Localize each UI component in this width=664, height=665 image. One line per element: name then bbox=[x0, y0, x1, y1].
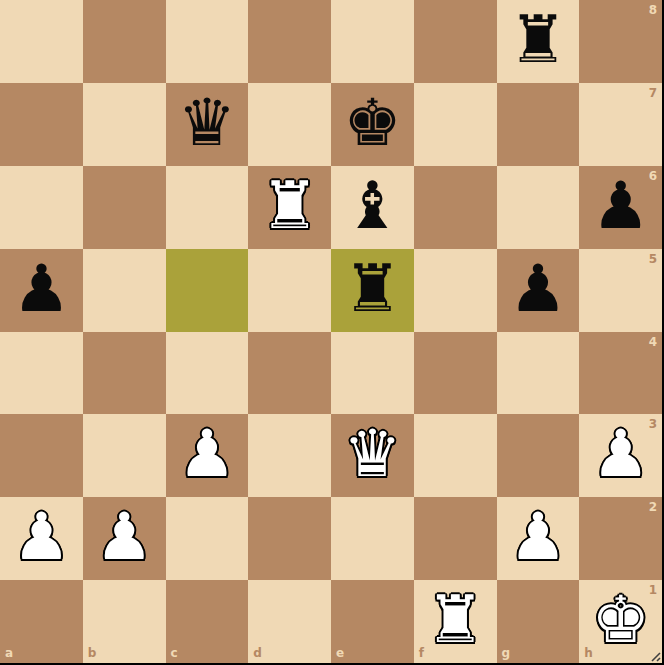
square-g2[interactable]: ♟ bbox=[497, 497, 580, 580]
piece-black-pawn[interactable]: ♟ bbox=[591, 173, 649, 238]
piece-black-pawn[interactable]: ♟ bbox=[12, 256, 70, 321]
square-e8[interactable] bbox=[331, 0, 414, 83]
square-g7[interactable] bbox=[497, 83, 580, 166]
piece-black-rook[interactable]: ♜ bbox=[509, 7, 567, 72]
square-a6[interactable] bbox=[0, 166, 83, 249]
page-background: ♜8♛♚7♜♝♟6♟♜♟54♟♛♟3♟♟♟2abcde♜fg♚h1 bbox=[0, 0, 664, 665]
square-g8[interactable]: ♜ bbox=[497, 0, 580, 83]
square-c1[interactable]: c bbox=[166, 580, 249, 663]
square-a5[interactable]: ♟ bbox=[0, 249, 83, 332]
square-h6[interactable]: ♟6 bbox=[579, 166, 662, 249]
square-e3[interactable]: ♛ bbox=[331, 414, 414, 497]
file-label-g: g bbox=[502, 647, 511, 659]
square-f1[interactable]: ♜f bbox=[414, 580, 497, 663]
square-g1[interactable]: g bbox=[497, 580, 580, 663]
square-h2[interactable]: 2 bbox=[579, 497, 662, 580]
rank-label-7: 7 bbox=[649, 87, 657, 99]
piece-black-pawn[interactable]: ♟ bbox=[509, 256, 567, 321]
rank-label-2: 2 bbox=[649, 501, 657, 513]
square-b3[interactable] bbox=[83, 414, 166, 497]
square-b1[interactable]: b bbox=[83, 580, 166, 663]
file-label-f: f bbox=[419, 647, 424, 659]
square-g3[interactable] bbox=[497, 414, 580, 497]
square-d8[interactable] bbox=[248, 0, 331, 83]
file-label-a: a bbox=[5, 647, 13, 659]
square-g5[interactable]: ♟ bbox=[497, 249, 580, 332]
piece-white-queen[interactable]: ♛ bbox=[343, 421, 401, 486]
file-label-e: e bbox=[336, 647, 344, 659]
square-f8[interactable] bbox=[414, 0, 497, 83]
square-b4[interactable] bbox=[83, 332, 166, 415]
piece-white-pawn[interactable]: ♟ bbox=[591, 421, 649, 486]
square-d1[interactable]: d bbox=[248, 580, 331, 663]
square-g6[interactable] bbox=[497, 166, 580, 249]
file-label-c: c bbox=[171, 647, 178, 659]
square-d6[interactable]: ♜ bbox=[248, 166, 331, 249]
square-c5[interactable] bbox=[166, 249, 249, 332]
rank-label-4: 4 bbox=[649, 336, 657, 348]
rank-label-6: 6 bbox=[649, 170, 657, 182]
square-e2[interactable] bbox=[331, 497, 414, 580]
rank-label-1: 1 bbox=[649, 584, 657, 596]
square-c6[interactable] bbox=[166, 166, 249, 249]
square-h3[interactable]: ♟3 bbox=[579, 414, 662, 497]
square-d4[interactable] bbox=[248, 332, 331, 415]
square-c7[interactable]: ♛ bbox=[166, 83, 249, 166]
piece-black-queen[interactable]: ♛ bbox=[178, 90, 236, 155]
piece-white-pawn[interactable]: ♟ bbox=[12, 504, 70, 569]
square-e1[interactable]: e bbox=[331, 580, 414, 663]
square-e5[interactable]: ♜ bbox=[331, 249, 414, 332]
square-a1[interactable]: a bbox=[0, 580, 83, 663]
square-a2[interactable]: ♟ bbox=[0, 497, 83, 580]
piece-black-rook[interactable]: ♜ bbox=[343, 256, 401, 321]
piece-white-pawn[interactable]: ♟ bbox=[509, 504, 567, 569]
square-a8[interactable] bbox=[0, 0, 83, 83]
square-h5[interactable]: 5 bbox=[579, 249, 662, 332]
square-f3[interactable] bbox=[414, 414, 497, 497]
square-b7[interactable] bbox=[83, 83, 166, 166]
piece-white-rook[interactable]: ♜ bbox=[260, 173, 318, 238]
square-f4[interactable] bbox=[414, 332, 497, 415]
piece-black-king[interactable]: ♚ bbox=[343, 90, 401, 155]
square-b2[interactable]: ♟ bbox=[83, 497, 166, 580]
square-d5[interactable] bbox=[248, 249, 331, 332]
square-h7[interactable]: 7 bbox=[579, 83, 662, 166]
square-g4[interactable] bbox=[497, 332, 580, 415]
square-a3[interactable] bbox=[0, 414, 83, 497]
square-e6[interactable]: ♝ bbox=[331, 166, 414, 249]
rank-label-8: 8 bbox=[649, 4, 657, 16]
square-a4[interactable] bbox=[0, 332, 83, 415]
rank-label-3: 3 bbox=[649, 418, 657, 430]
square-f6[interactable] bbox=[414, 166, 497, 249]
rank-label-5: 5 bbox=[649, 253, 657, 265]
piece-white-king[interactable]: ♚ bbox=[591, 587, 649, 652]
chess-board[interactable]: ♜8♛♚7♜♝♟6♟♜♟54♟♛♟3♟♟♟2abcde♜fg♚h1 bbox=[0, 0, 662, 663]
square-d3[interactable] bbox=[248, 414, 331, 497]
file-label-d: d bbox=[253, 647, 262, 659]
square-f5[interactable] bbox=[414, 249, 497, 332]
square-f7[interactable] bbox=[414, 83, 497, 166]
file-label-b: b bbox=[88, 647, 97, 659]
square-b6[interactable] bbox=[83, 166, 166, 249]
square-h4[interactable]: 4 bbox=[579, 332, 662, 415]
square-a7[interactable] bbox=[0, 83, 83, 166]
file-label-h: h bbox=[584, 647, 593, 659]
piece-white-pawn[interactable]: ♟ bbox=[95, 504, 153, 569]
square-b5[interactable] bbox=[83, 249, 166, 332]
square-d2[interactable] bbox=[248, 497, 331, 580]
square-b8[interactable] bbox=[83, 0, 166, 83]
square-c3[interactable]: ♟ bbox=[166, 414, 249, 497]
square-e7[interactable]: ♚ bbox=[331, 83, 414, 166]
board-resize-handle-icon[interactable] bbox=[647, 648, 661, 662]
square-h8[interactable]: 8 bbox=[579, 0, 662, 83]
square-c2[interactable] bbox=[166, 497, 249, 580]
square-e4[interactable] bbox=[331, 332, 414, 415]
square-c8[interactable] bbox=[166, 0, 249, 83]
square-d7[interactable] bbox=[248, 83, 331, 166]
piece-black-bishop[interactable]: ♝ bbox=[343, 173, 401, 238]
piece-white-pawn[interactable]: ♟ bbox=[178, 421, 236, 486]
square-c4[interactable] bbox=[166, 332, 249, 415]
square-f2[interactable] bbox=[414, 497, 497, 580]
piece-white-rook[interactable]: ♜ bbox=[426, 587, 484, 652]
